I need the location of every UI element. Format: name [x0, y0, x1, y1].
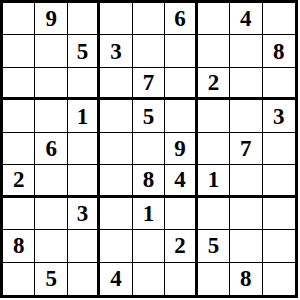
given-digit: 9	[45, 7, 57, 30]
cell-r6c5[interactable]: 8	[133, 165, 165, 197]
cell-r1c5[interactable]	[133, 3, 165, 35]
cell-r5c1[interactable]	[3, 133, 35, 165]
cell-r8c5[interactable]	[133, 230, 165, 262]
cell-r2c5[interactable]	[133, 35, 165, 67]
cell-r1c9[interactable]	[263, 3, 295, 35]
given-digit: 8	[13, 234, 25, 257]
cell-r7c3[interactable]: 3	[68, 198, 100, 230]
cell-r8c6[interactable]: 2	[165, 230, 197, 262]
cell-r8c1[interactable]: 8	[3, 230, 35, 262]
given-digit: 7	[143, 71, 155, 94]
cell-r7c7[interactable]	[198, 198, 230, 230]
cell-r2c9[interactable]: 8	[263, 35, 295, 67]
cell-r5c7[interactable]	[198, 133, 230, 165]
given-digit: 7	[240, 137, 252, 160]
cell-r4c4[interactable]	[100, 100, 132, 132]
cell-r3c4[interactable]	[100, 68, 132, 100]
cell-r8c4[interactable]	[100, 230, 132, 262]
cell-r4c2[interactable]	[35, 100, 67, 132]
cell-r3c9[interactable]	[263, 68, 295, 100]
given-digit: 4	[174, 168, 186, 191]
cell-r1c1[interactable]	[3, 3, 35, 35]
cell-r8c2[interactable]	[35, 230, 67, 262]
cell-r7c2[interactable]	[35, 198, 67, 230]
cell-r9c3[interactable]	[68, 263, 100, 295]
cell-r1c3[interactable]	[68, 3, 100, 35]
cell-r3c5[interactable]: 7	[133, 68, 165, 100]
cell-r6c2[interactable]	[35, 165, 67, 197]
cell-r9c2[interactable]: 5	[35, 263, 67, 295]
cell-r2c1[interactable]	[3, 35, 35, 67]
cell-r6c6[interactable]: 4	[165, 165, 197, 197]
cell-r2c2[interactable]	[35, 35, 67, 67]
cell-r7c8[interactable]	[230, 198, 262, 230]
cell-r2c8[interactable]	[230, 35, 262, 67]
cell-r3c2[interactable]	[35, 68, 67, 100]
given-digit: 6	[45, 137, 57, 160]
given-digit: 5	[208, 234, 220, 257]
given-digit: 3	[110, 40, 122, 63]
given-digit: 4	[110, 267, 122, 290]
cell-r8c9[interactable]	[263, 230, 295, 262]
cell-r9c7[interactable]	[198, 263, 230, 295]
cell-r2c3[interactable]: 5	[68, 35, 100, 67]
given-digit: 8	[273, 40, 285, 63]
cell-r8c8[interactable]	[230, 230, 262, 262]
given-digit: 9	[174, 137, 186, 160]
given-digit: 8	[143, 168, 155, 191]
cell-r3c7[interactable]: 2	[198, 68, 230, 100]
cell-r4c3[interactable]: 1	[68, 100, 100, 132]
given-digit: 1	[208, 168, 220, 191]
cell-r3c1[interactable]	[3, 68, 35, 100]
given-digit: 2	[13, 168, 25, 191]
cell-r7c4[interactable]	[100, 198, 132, 230]
given-digit: 3	[273, 105, 285, 128]
cell-r6c7[interactable]: 1	[198, 165, 230, 197]
given-digit: 8	[240, 267, 252, 290]
cell-r2c6[interactable]	[165, 35, 197, 67]
given-digit: 5	[143, 105, 155, 128]
cell-r5c4[interactable]	[100, 133, 132, 165]
cell-r6c8[interactable]	[230, 165, 262, 197]
cell-r5c9[interactable]	[263, 133, 295, 165]
cell-r7c1[interactable]	[3, 198, 35, 230]
cell-r4c5[interactable]: 5	[133, 100, 165, 132]
cell-r9c9[interactable]	[263, 263, 295, 295]
cell-r7c9[interactable]	[263, 198, 295, 230]
given-digit: 2	[174, 234, 186, 257]
cell-r3c8[interactable]	[230, 68, 262, 100]
cell-r6c3[interactable]	[68, 165, 100, 197]
given-digit: 1	[143, 202, 155, 225]
cell-r5c3[interactable]	[68, 133, 100, 165]
cell-r9c1[interactable]	[3, 263, 35, 295]
cell-r9c6[interactable]	[165, 263, 197, 295]
cell-r3c6[interactable]	[165, 68, 197, 100]
cell-r1c2[interactable]: 9	[35, 3, 67, 35]
cell-r8c7[interactable]: 5	[198, 230, 230, 262]
cell-r8c3[interactable]	[68, 230, 100, 262]
cell-r9c8[interactable]: 8	[230, 263, 262, 295]
cell-r3c3[interactable]	[68, 68, 100, 100]
cell-r4c6[interactable]	[165, 100, 197, 132]
cell-r2c4[interactable]: 3	[100, 35, 132, 67]
given-digit: 6	[174, 7, 186, 30]
given-digit: 3	[77, 202, 89, 225]
cell-r5c5[interactable]	[133, 133, 165, 165]
cell-r5c8[interactable]: 7	[230, 133, 262, 165]
cell-r9c4[interactable]: 4	[100, 263, 132, 295]
given-digit: 4	[240, 7, 252, 30]
cell-r7c5[interactable]: 1	[133, 198, 165, 230]
cell-r1c6[interactable]: 6	[165, 3, 197, 35]
cell-r6c1[interactable]: 2	[3, 165, 35, 197]
given-digit: 2	[208, 71, 220, 94]
cell-r7c6[interactable]	[165, 198, 197, 230]
given-digit: 5	[45, 267, 57, 290]
cell-r4c9[interactable]: 3	[263, 100, 295, 132]
cell-r4c8[interactable]	[230, 100, 262, 132]
cell-r2c7[interactable]	[198, 35, 230, 67]
cell-r4c7[interactable]	[198, 100, 230, 132]
cell-r9c5[interactable]	[133, 263, 165, 295]
cell-r5c2[interactable]: 6	[35, 133, 67, 165]
cell-r1c4[interactable]	[100, 3, 132, 35]
sudoku-board: 96453872153697284131825548	[0, 0, 298, 298]
given-digit: 1	[77, 105, 89, 128]
cell-r1c7[interactable]	[198, 3, 230, 35]
cell-r6c4[interactable]	[100, 165, 132, 197]
cell-r1c8[interactable]: 4	[230, 3, 262, 35]
cell-r4c1[interactable]	[3, 100, 35, 132]
cell-r6c9[interactable]	[263, 165, 295, 197]
cell-r5c6[interactable]: 9	[165, 133, 197, 165]
given-digit: 5	[77, 40, 89, 63]
